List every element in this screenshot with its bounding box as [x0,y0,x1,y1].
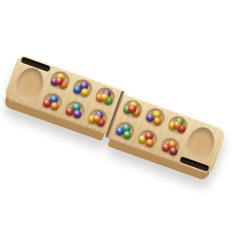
pit-north-1 [48,69,72,93]
bead-orange [145,138,155,148]
pit-north-6 [166,113,190,137]
bead-yellow [80,88,90,98]
bead-green [123,130,133,140]
pit-south-1 [40,90,64,114]
pit-south-6 [158,135,182,159]
pit-grid-left [38,67,120,132]
pit-south-3 [86,107,110,131]
pit-north-2 [70,77,94,101]
bead-orange [50,101,60,111]
mancala-board [3,53,228,172]
bead-orange [153,116,163,126]
pit-south-4 [113,119,137,143]
pit-north-5 [143,105,167,129]
pit-grid-right [111,96,193,161]
pit-north-4 [120,97,144,121]
bead-purple [73,109,83,119]
board-left-half [3,53,122,135]
bead-maroon [168,146,178,156]
board-right-half [108,93,227,175]
product-photo [0,0,232,232]
pit-north-3 [93,85,117,109]
pit-south-5 [135,127,159,151]
pit-south-2 [63,99,87,123]
